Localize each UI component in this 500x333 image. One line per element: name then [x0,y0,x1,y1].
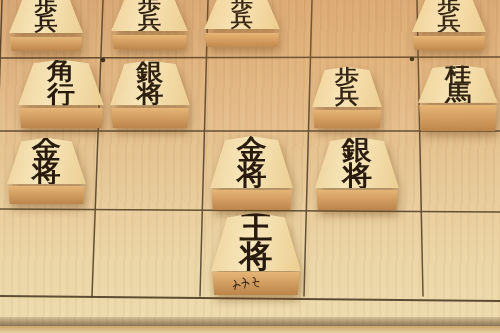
piece-front-edge [315,190,399,210]
square-3八[interactable] [417,131,500,209]
board-edge-shadow [0,317,500,326]
kanji-bottom: 将 [237,161,267,188]
piece-face: 歩兵 [312,67,382,107]
square-4六[interactable] [312,0,417,58]
piece-front-edge [204,33,280,47]
square-5七[interactable] [208,58,312,131]
piece-face: 歩兵 [412,0,486,32]
piece-gold-5八[interactable]: 金将 [210,134,293,210]
piece-face: 角行 [18,60,104,106]
square-6八[interactable] [103,131,208,209]
piece-pawn-4七[interactable]: 歩兵 [312,64,382,128]
piece-silver-6七[interactable]: 銀将 [110,58,190,128]
kanji-bottom: 兵 [138,13,161,31]
kanji-bottom: 将 [342,162,372,189]
piece-silver-4八[interactable]: 銀将 [315,135,399,210]
piece-knight-3七[interactable]: 桂馬 [418,63,498,131]
board-front-edge [0,326,500,333]
piece-bishop-7七[interactable]: 角行 [18,57,104,128]
kanji-bottom: 兵 [231,11,253,29]
piece-pawn-7六[interactable]: 歩兵 [9,0,83,51]
piece-front-edge [9,37,83,51]
kanji-bottom: 兵 [438,14,461,32]
piece-front-edge [7,186,86,204]
piece-front-edge [110,108,190,128]
square-3九[interactable] [417,209,500,296]
piece-pawn-6六[interactable]: 歩兵 [111,0,188,49]
kanji-bottom: 将 [32,160,61,186]
square-7九[interactable] [0,209,103,296]
piece-gold-7八[interactable]: 金将 [7,136,86,204]
piece-front-edge [111,35,188,49]
square-4九[interactable] [312,209,417,296]
piece-front-edge [418,105,498,131]
square-6九[interactable] [103,209,208,296]
piece-face: 歩兵 [204,0,280,29]
piece-face: 銀将 [315,137,399,188]
kanji-bottom: 将 [240,241,273,272]
kanji-bottom: 兵 [35,14,58,32]
piece-face: 金将 [210,136,293,188]
piece-front-edge [210,190,293,210]
kanji-bottom: 将 [137,82,164,106]
piece-pawn-5六[interactable]: 歩兵 [204,0,280,47]
piece-front-edge [312,110,382,128]
piece-king-5九[interactable]: 王将 [211,212,301,295]
kanji-bottom: 馬 [445,83,471,106]
piece-face: 歩兵 [111,0,188,31]
shogi-board-photo: 歩兵歩兵歩兵歩兵角行銀将歩兵桂馬金将金将銀将王将 [0,0,500,333]
piece-face: 桂馬 [418,65,498,103]
piece-face: 金将 [7,138,86,185]
piece-face: 王将 [211,213,301,271]
piece-front-edge [18,108,104,128]
piece-face: 銀将 [110,61,190,106]
kanji-bottom: 行 [47,82,75,107]
maker-signature-mark [229,272,262,296]
piece-face: 歩兵 [9,0,83,33]
piece-pawn-3六[interactable]: 歩兵 [412,0,486,50]
piece-front-edge [412,36,486,50]
piece-front-edge [211,272,301,295]
kanji-bottom: 兵 [335,86,359,107]
